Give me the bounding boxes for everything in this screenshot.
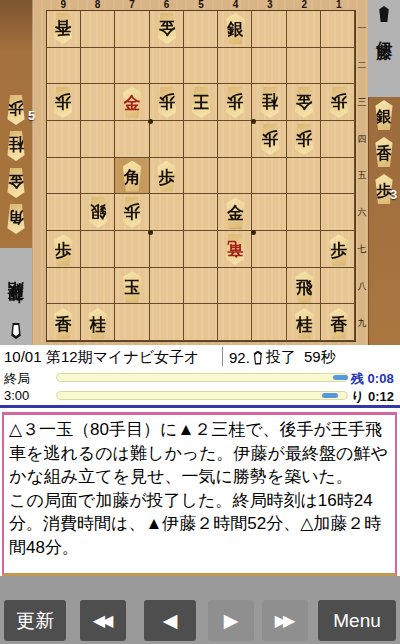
sente-remaining-time: 残 0:08 — [351, 370, 394, 388]
board-square-7一 — [115, 11, 149, 48]
file-labels: 987654321 — [46, 0, 356, 10]
gote-remaining-time: り 0:12 — [351, 388, 394, 406]
game-date: 10/01 — [4, 348, 42, 365]
control-bar: 更新 ◀◀ ◀ ▶ ▶▶ Menu — [0, 576, 400, 644]
board-square-1一 — [321, 11, 355, 48]
sente-clock-row: 終局 残 0:08 — [0, 369, 400, 386]
section-divider — [0, 405, 400, 408]
file-label-9: 9 — [46, 0, 80, 10]
file-label-3: 3 — [253, 0, 287, 10]
fast-forward-button[interactable]: ▶▶ — [262, 600, 308, 641]
rank-label-七: 七 — [356, 231, 368, 268]
gote-time-bar — [56, 391, 348, 400]
rank-label-四: 四 — [356, 121, 368, 158]
commentary-paragraph: △３一玉（80手目）に▲２三桂で、後手が王手飛車を逃れるのは難しかった。伊藤が最… — [9, 418, 390, 489]
file-label-1: 1 — [322, 0, 356, 10]
board-square-5八 — [184, 268, 218, 305]
rank-label-二: 二 — [356, 47, 368, 84]
board-square-7九 — [115, 304, 149, 341]
board-square-6九 — [150, 304, 184, 341]
rank-label-六: 六 — [356, 194, 368, 231]
file-label-6: 6 — [149, 0, 183, 10]
gote-piece-icon — [9, 323, 23, 339]
board-square-6八 — [150, 268, 184, 305]
board-square-8八 — [81, 268, 115, 305]
sente-player-name: 伊藤 — [374, 28, 395, 34]
move-result: 投了 — [266, 348, 296, 367]
event-title: 第12期マイナビ女子オ — [46, 348, 199, 367]
rewind-icon: ◀◀ — [93, 611, 110, 630]
clock-panel: 終局 残 0:08 3:00 り 0:12 — [0, 368, 400, 405]
sente-player-box: 伊藤 — [368, 0, 400, 97]
board-square-6二 — [150, 48, 184, 85]
board-square-7四 — [115, 121, 149, 158]
file-label-5: 5 — [184, 0, 218, 10]
board-square-8一 — [81, 11, 115, 48]
gote-clock-row: 3:00 り 0:12 — [0, 387, 400, 404]
move-time: 59秒 — [304, 348, 336, 367]
board-square-9五 — [47, 158, 81, 195]
board-square-3一 — [252, 11, 286, 48]
board-square-3八 — [252, 268, 286, 305]
board-square-1八 — [321, 268, 355, 305]
sente-hand-count-歩: 3 — [390, 187, 397, 202]
board-square-5六 — [184, 194, 218, 231]
board-square-9八 — [47, 268, 81, 305]
rank-label-五: 五 — [356, 158, 368, 195]
sente-clock-label: 終局 — [4, 370, 30, 388]
sente-piece-icon — [377, 6, 391, 22]
board-square-1二 — [321, 48, 355, 85]
file-label-8: 8 — [80, 0, 114, 10]
gote-move-icon — [252, 351, 264, 365]
board-square-8二 — [81, 48, 115, 85]
board-square-2六 — [287, 194, 321, 231]
board-square-1四 — [321, 121, 355, 158]
next-move-button[interactable]: ▶ — [208, 600, 254, 641]
board-square-3七 — [252, 231, 286, 268]
move-number: 92. — [229, 349, 250, 366]
board-square-5七 — [184, 231, 218, 268]
board-square-6四 — [150, 121, 184, 158]
board-square-2七 — [287, 231, 321, 268]
board-square-4四 — [218, 121, 252, 158]
rank-label-一: 一 — [356, 10, 368, 47]
board-square-4五 — [218, 158, 252, 195]
gote-clock-label: 3:00 — [4, 388, 29, 403]
board-square-8三 — [81, 84, 115, 121]
rewind-button[interactable]: ◀◀ — [80, 600, 126, 641]
board-square-8五 — [81, 158, 115, 195]
gote-player-box: 加藤結 — [0, 248, 32, 345]
commentary-box: △３一玉（80手目）に▲２三桂で、後手が王手飛車を逃れるのは難しかった。伊藤が最… — [2, 412, 397, 576]
update-button[interactable]: 更新 — [4, 600, 66, 641]
board-square-5九 — [184, 304, 218, 341]
sente-time-bar — [56, 373, 348, 382]
board-square-3六 — [252, 194, 286, 231]
rank-label-九: 九 — [356, 305, 368, 342]
board-square-2一 — [287, 11, 321, 48]
rank-labels: 一二三四五六七八九 — [356, 10, 368, 342]
board-square-3五 — [252, 158, 286, 195]
board-square-1五 — [321, 158, 355, 195]
hoshi-dot — [148, 119, 153, 124]
move-info: 92. 投了 59秒 — [229, 348, 336, 367]
fast-forward-icon: ▶▶ — [275, 611, 292, 630]
info-divider — [222, 347, 223, 366]
board-square-9四 — [47, 121, 81, 158]
file-label-7: 7 — [115, 0, 149, 10]
board-square-3二 — [252, 48, 286, 85]
board-square-4八 — [218, 268, 252, 305]
board-square-2五 — [287, 158, 321, 195]
board-square-6七 — [150, 231, 184, 268]
prev-move-button[interactable]: ◀ — [144, 600, 196, 641]
board-square-2二 — [287, 48, 321, 85]
board-square-5五 — [184, 158, 218, 195]
rank-label-八: 八 — [356, 268, 368, 305]
board-square-5一 — [184, 11, 218, 48]
gote-hand-count-歩: 5 — [28, 108, 35, 123]
gote-player-name: 加藤結 — [6, 308, 27, 317]
board-square-9六 — [47, 194, 81, 231]
board-square-9二 — [47, 48, 81, 85]
board-square-7七 — [115, 231, 149, 268]
menu-button[interactable]: Menu — [318, 600, 396, 641]
info-bar: 10/01 第12期マイナビ女子オ 92. 投了 59秒 — [0, 345, 400, 369]
board-square-7二 — [115, 48, 149, 85]
prev-icon: ◀ — [163, 609, 178, 632]
board-square-5四 — [184, 121, 218, 158]
next-icon: ▶ — [224, 609, 239, 632]
commentary-paragraph: この局面で加藤が投了した。終局時刻は16時24分。消費時間は、▲伊藤２時間52分… — [9, 489, 390, 560]
board-square-4九 — [218, 304, 252, 341]
file-label-4: 4 — [218, 0, 252, 10]
board-square-8四 — [81, 121, 115, 158]
board-square-5二 — [184, 48, 218, 85]
hoshi-dot — [148, 230, 153, 235]
rank-label-三: 三 — [356, 84, 368, 121]
board-square-1六 — [321, 194, 355, 231]
board-square-6六 — [150, 194, 184, 231]
board-square-8七 — [81, 231, 115, 268]
board-square-3九 — [252, 304, 286, 341]
board-square-4二 — [218, 48, 252, 85]
hoshi-dot — [251, 230, 256, 235]
file-label-2: 2 — [287, 0, 321, 10]
shogi-live-viewer: 987654321 一二三四五六七八九 伊藤 加藤結 10/01 第12期マイナ… — [0, 0, 400, 644]
